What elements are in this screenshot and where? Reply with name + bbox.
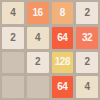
tile-r3c3: 128 (52, 52, 74, 74)
tile-r1c3: 8 (52, 2, 74, 24)
game-board-2048[interactable]: 4 16 8 2 2 4 64 32 2 128 2 64 4 (0, 0, 100, 100)
tile-r2c1: 2 (2, 27, 24, 49)
tile-r3c1 (2, 52, 24, 74)
tile-r1c4: 2 (76, 2, 98, 24)
tile-r4c1 (2, 76, 24, 98)
tile-r2c2: 4 (27, 27, 49, 49)
tile-r4c2 (27, 76, 49, 98)
tile-r1c2: 16 (27, 2, 49, 24)
tile-r1c1: 4 (2, 2, 24, 24)
tile-r2c3: 64 (52, 27, 74, 49)
tile-r4c3: 64 (52, 76, 74, 98)
tile-r2c4: 32 (76, 27, 98, 49)
tile-r3c4: 2 (76, 52, 98, 74)
tile-r3c2: 2 (27, 52, 49, 74)
tile-r4c4: 4 (76, 76, 98, 98)
